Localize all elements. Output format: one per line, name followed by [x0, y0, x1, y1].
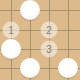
go-board[interactable]: 123 — [0, 0, 80, 80]
white-stone — [1, 39, 21, 59]
move-marker-2[interactable]: 2 — [41, 22, 58, 39]
white-stone — [20, 0, 40, 20]
grid-line-horizontal — [0, 10, 80, 11]
move-marker-3[interactable]: 3 — [41, 41, 58, 58]
white-stone — [20, 58, 40, 78]
white-stone — [58, 58, 78, 78]
move-marker-1[interactable]: 1 — [3, 22, 20, 39]
